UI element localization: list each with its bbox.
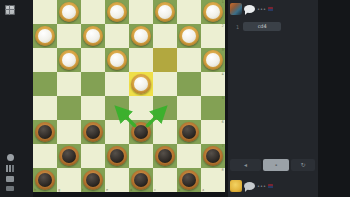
black-man-piece[interactable] <box>83 170 103 190</box>
white-man-piece[interactable] <box>107 2 127 22</box>
square-c4[interactable] <box>153 72 177 96</box>
square-g6[interactable] <box>57 120 81 144</box>
square-h6[interactable] <box>33 120 57 144</box>
black-man-piece[interactable] <box>131 170 151 190</box>
profile-icon[interactable] <box>7 154 14 161</box>
black-man-piece[interactable] <box>131 122 151 142</box>
square-b1[interactable] <box>177 0 201 24</box>
square-g4[interactable] <box>57 72 81 96</box>
square-d5[interactable] <box>129 96 153 120</box>
square-c7[interactable] <box>153 144 177 168</box>
white-man-piece[interactable] <box>59 2 79 22</box>
square-b5[interactable] <box>177 96 201 120</box>
player-name: ••• <box>257 183 266 189</box>
rank-label: 8 <box>222 168 224 172</box>
square-c8[interactable]: c <box>153 168 177 192</box>
move-number: 1 <box>236 24 239 30</box>
refresh-icon: ↻ <box>300 162 305 168</box>
black-man-piece[interactable] <box>59 146 79 166</box>
square-a8[interactable]: 8a <box>201 168 225 192</box>
white-man-piece[interactable] <box>131 26 151 46</box>
square-b8[interactable]: b <box>177 168 201 192</box>
square-g3[interactable] <box>57 48 81 72</box>
square-c5[interactable] <box>153 96 177 120</box>
sidebar-icon-group <box>6 154 14 191</box>
square-e6[interactable] <box>105 120 129 144</box>
chat-bubble-icon[interactable] <box>244 182 255 190</box>
square-e2[interactable] <box>105 24 129 48</box>
square-d4[interactable] <box>129 72 153 96</box>
opponent-player-row: ••• <box>230 2 273 16</box>
move-white-cell[interactable]: cd4 <box>243 22 281 31</box>
square-e8[interactable]: e <box>105 168 129 192</box>
black-man-piece[interactable] <box>35 122 55 142</box>
square-a2[interactable]: 2 <box>201 24 225 48</box>
square-a5[interactable]: 5 <box>201 96 225 120</box>
square-g2[interactable] <box>57 24 81 48</box>
square-f2[interactable] <box>81 24 105 48</box>
square-d1[interactable] <box>129 0 153 24</box>
rank-label: 7 <box>222 144 224 148</box>
square-e1[interactable] <box>105 0 129 24</box>
square-h4[interactable] <box>33 72 57 96</box>
chat-bubble-icon[interactable] <box>244 5 255 13</box>
square-a3[interactable]: 3 <box>201 48 225 72</box>
board-bottom-strip <box>33 192 225 197</box>
square-h3[interactable] <box>33 48 57 72</box>
game-controls: ◂ ▪ ↻ <box>230 159 315 171</box>
board-area: 1234567hgfedcb8a <box>33 0 225 192</box>
square-f5[interactable] <box>81 96 105 120</box>
white-man-piece[interactable] <box>179 26 199 46</box>
square-d2[interactable] <box>129 24 153 48</box>
square-icon: ▪ <box>275 162 277 168</box>
black-man-piece[interactable] <box>83 122 103 142</box>
black-man-piece[interactable] <box>179 122 199 142</box>
black-man-piece[interactable] <box>35 170 55 190</box>
rank-label: 1 <box>222 0 224 4</box>
black-man-piece[interactable] <box>107 146 127 166</box>
square-f7[interactable] <box>81 144 105 168</box>
left-sidebar <box>0 0 33 197</box>
square-a1[interactable]: 1 <box>201 0 225 24</box>
square-h2[interactable] <box>33 24 57 48</box>
square-b3[interactable] <box>177 48 201 72</box>
back-button[interactable]: ◂ <box>230 159 261 171</box>
square-e3[interactable] <box>105 48 129 72</box>
square-f4[interactable] <box>81 72 105 96</box>
square-e4[interactable] <box>105 72 129 96</box>
stats-icon[interactable] <box>6 165 14 172</box>
square-f3[interactable] <box>81 48 105 72</box>
player-flag-icon <box>268 184 273 188</box>
white-man-piece[interactable] <box>131 74 151 94</box>
square-f1[interactable] <box>81 0 105 24</box>
white-man-piece[interactable] <box>35 26 55 46</box>
square-c3[interactable] <box>153 48 177 72</box>
square-b4[interactable] <box>177 72 201 96</box>
square-h1[interactable] <box>33 0 57 24</box>
square-d7[interactable] <box>129 144 153 168</box>
square-h8[interactable]: h <box>33 168 57 192</box>
square-c2[interactable] <box>153 24 177 48</box>
board[interactable]: 1234567hgfedcb8a <box>33 0 225 192</box>
menu-icon[interactable] <box>6 186 14 191</box>
square-c6[interactable] <box>153 120 177 144</box>
square-b6[interactable] <box>177 120 201 144</box>
white-man-piece[interactable] <box>59 50 79 70</box>
square-d6[interactable] <box>129 120 153 144</box>
square-a7[interactable]: 7 <box>201 144 225 168</box>
white-man-piece[interactable] <box>203 2 223 22</box>
move-list: 1 cd4 <box>228 20 318 33</box>
rank-label: 5 <box>222 96 224 100</box>
rank-label: 3 <box>222 48 224 52</box>
player-avatar[interactable] <box>230 180 242 192</box>
square-f8[interactable]: f <box>81 168 105 192</box>
white-man-piece[interactable] <box>107 50 127 70</box>
square-d3[interactable] <box>129 48 153 72</box>
opponent-name: ••• <box>257 6 266 12</box>
square-g5[interactable] <box>57 96 81 120</box>
current-move-button[interactable]: ▪ <box>263 159 289 171</box>
white-man-piece[interactable] <box>83 26 103 46</box>
square-a6[interactable]: 6 <box>201 120 225 144</box>
square-g7[interactable] <box>57 144 81 168</box>
square-g1[interactable] <box>57 0 81 24</box>
black-man-piece[interactable] <box>179 170 199 190</box>
rematch-button[interactable]: ↻ <box>291 159 315 171</box>
square-b7[interactable] <box>177 144 201 168</box>
rank-label: 2 <box>222 24 224 28</box>
square-e7[interactable] <box>105 144 129 168</box>
square-h7[interactable] <box>33 144 57 168</box>
move-notation: cd4 <box>258 24 267 29</box>
opponent-avatar[interactable] <box>230 3 242 15</box>
white-man-piece[interactable] <box>155 2 175 22</box>
square-d8[interactable]: d <box>129 168 153 192</box>
opponent-flag-icon <box>268 7 273 11</box>
game-side-panel: ••• 1 cd4 ◂ ▪ ↻ ••• <box>228 0 318 197</box>
square-b2[interactable] <box>177 24 201 48</box>
player-row: ••• <box>230 179 273 193</box>
board-logo-icon[interactable] <box>5 5 15 15</box>
arrow-left-icon: ◂ <box>244 162 247 168</box>
square-h5[interactable] <box>33 96 57 120</box>
square-f6[interactable] <box>81 120 105 144</box>
rank-label: 6 <box>222 120 224 124</box>
games-icon[interactable] <box>6 176 14 182</box>
black-man-piece[interactable] <box>203 146 223 166</box>
square-e5[interactable] <box>105 96 129 120</box>
move-row: 1 cd4 <box>228 20 318 33</box>
white-man-piece[interactable] <box>203 50 223 70</box>
square-g8[interactable]: g <box>57 168 81 192</box>
rank-label: 4 <box>222 72 224 76</box>
black-man-piece[interactable] <box>155 146 175 166</box>
square-a4[interactable]: 4 <box>201 72 225 96</box>
square-c1[interactable] <box>153 0 177 24</box>
checkers-app: 1234567hgfedcb8a ••• 1 cd4 <box>0 0 350 197</box>
